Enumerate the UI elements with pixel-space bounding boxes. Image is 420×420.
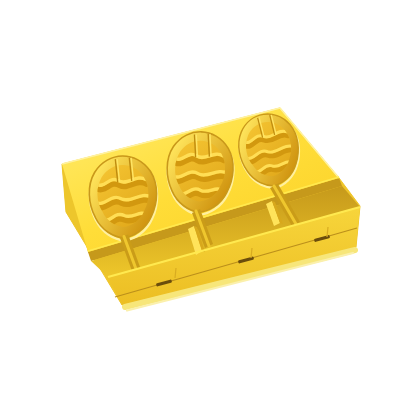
product-photo-canvas	[0, 0, 420, 420]
mold-photo	[0, 0, 420, 420]
mold-tray	[62, 108, 360, 311]
